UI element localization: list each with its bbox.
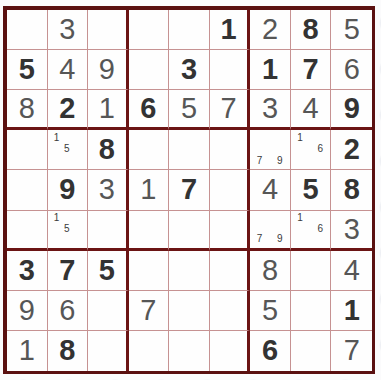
pencil-marks: 15 [48, 211, 88, 248]
cell-r9c2[interactable]: 8 [48, 331, 89, 371]
cell-r3c4[interactable]: 6 [129, 90, 170, 130]
cell-r6c6[interactable] [210, 211, 251, 251]
pencil-mark: 1 [295, 132, 305, 143]
digit: 2 [59, 94, 75, 123]
digit: 6 [140, 94, 156, 123]
cell-r6c4[interactable] [129, 211, 170, 251]
digit: 6 [262, 336, 278, 365]
pencil-marks: 79 [250, 211, 290, 248]
cell-r4c2[interactable]: 15 [48, 130, 89, 170]
pencil-marks: 15 [48, 130, 88, 169]
digit: 8 [99, 135, 115, 164]
digit: 8 [303, 15, 319, 44]
cell-r1c6[interactable]: 1 [210, 10, 251, 50]
cell-r3c3[interactable]: 1 [88, 90, 129, 130]
cell-r3c5[interactable]: 5 [169, 90, 210, 130]
cell-r8c5[interactable] [169, 291, 210, 331]
digit: 1 [19, 336, 35, 365]
cell-r7c5[interactable] [169, 251, 210, 291]
cell-r5c8[interactable]: 5 [291, 170, 332, 210]
cell-r5c6[interactable] [210, 170, 251, 210]
cell-r2c4[interactable] [129, 50, 170, 90]
cell-r1c9[interactable]: 5 [331, 10, 372, 50]
digit: 5 [19, 55, 35, 84]
digit: 6 [59, 296, 75, 325]
cell-r8c2[interactable]: 6 [48, 291, 89, 331]
cell-r8c8[interactable] [291, 291, 332, 331]
cell-r4c1[interactable] [7, 130, 48, 170]
cell-r7c6[interactable] [210, 251, 251, 291]
cell-r5c7[interactable]: 4 [250, 170, 291, 210]
cell-r9c4[interactable] [129, 331, 170, 371]
digit: 7 [303, 55, 319, 84]
pencil-mark: 1 [52, 132, 62, 143]
digit: 4 [59, 55, 75, 84]
digit: 3 [262, 94, 278, 123]
digit: 7 [59, 256, 75, 285]
cell-r7c4[interactable] [129, 251, 170, 291]
cell-r5c3[interactable]: 3 [88, 170, 129, 210]
digit: 6 [344, 55, 360, 84]
cell-r9c1[interactable]: 1 [7, 331, 48, 371]
digit: 4 [344, 256, 360, 285]
digit: 1 [262, 55, 278, 84]
cell-r6c2[interactable]: 15 [48, 211, 89, 251]
cell-r4c8[interactable]: 16 [291, 130, 332, 170]
cell-r6c7[interactable]: 79 [250, 211, 291, 251]
cell-r9c6[interactable] [210, 331, 251, 371]
cell-r6c9[interactable]: 3 [331, 211, 372, 251]
digit: 8 [19, 94, 35, 123]
pencil-mark: 6 [315, 223, 325, 234]
cell-r6c1[interactable] [7, 211, 48, 251]
pencil-marks: 79 [250, 130, 290, 169]
pencil-marks: 16 [291, 130, 331, 169]
cell-r8c1[interactable]: 9 [7, 291, 48, 331]
cell-r3c9[interactable]: 9 [331, 90, 372, 130]
pencil-mark: 9 [275, 155, 285, 166]
pencil-mark: 5 [62, 223, 72, 234]
pencil-mark: 9 [275, 234, 285, 245]
digit: 9 [19, 296, 35, 325]
cell-r2c8[interactable]: 7 [291, 50, 332, 90]
digit: 5 [344, 15, 360, 44]
cell-r7c7[interactable]: 8 [250, 251, 291, 291]
cell-r7c8[interactable] [291, 251, 332, 291]
digit: 2 [344, 135, 360, 164]
digit: 9 [59, 175, 75, 204]
digit: 5 [303, 175, 319, 204]
digit: 9 [344, 94, 360, 123]
digit: 1 [140, 175, 156, 204]
cell-r8c6[interactable] [210, 291, 251, 331]
cell-r5c9[interactable]: 8 [331, 170, 372, 210]
cell-r5c5[interactable]: 7 [169, 170, 210, 210]
digit: 1 [220, 15, 236, 44]
digit: 5 [262, 296, 278, 325]
cell-r1c3[interactable] [88, 10, 129, 50]
cell-r7c2[interactable]: 7 [48, 251, 89, 291]
cell-r2c1[interactable]: 5 [7, 50, 48, 90]
cell-r7c9[interactable]: 4 [331, 251, 372, 291]
pencil-mark: 7 [254, 155, 264, 166]
digit: 3 [181, 55, 197, 84]
cell-r2c5[interactable]: 3 [169, 50, 210, 90]
digit: 9 [99, 55, 115, 84]
cell-r8c4[interactable]: 7 [129, 291, 170, 331]
digit: 1 [344, 296, 360, 325]
cell-r9c9[interactable]: 7 [331, 331, 372, 371]
digit: 7 [220, 94, 236, 123]
digit: 8 [344, 175, 360, 204]
cell-r2c3[interactable]: 9 [88, 50, 129, 90]
cell-r8c7[interactable]: 5 [250, 291, 291, 331]
digit: 3 [19, 256, 35, 285]
cell-r6c3[interactable] [88, 211, 129, 251]
cell-r3c7[interactable]: 3 [250, 90, 291, 130]
cell-r9c8[interactable] [291, 331, 332, 371]
cell-r2c7[interactable]: 1 [250, 50, 291, 90]
cell-r4c3[interactable]: 8 [88, 130, 129, 170]
cell-r1c5[interactable] [169, 10, 210, 50]
cell-r3c6[interactable]: 7 [210, 90, 251, 130]
digit: 5 [181, 94, 197, 123]
digit: 4 [303, 94, 319, 123]
pencil-mark: 6 [315, 144, 325, 155]
cell-r6c8[interactable]: 16 [291, 211, 332, 251]
cell-r1c2[interactable]: 3 [48, 10, 89, 50]
cell-r3c2[interactable]: 2 [48, 90, 89, 130]
digit: 3 [59, 15, 75, 44]
cell-r3c8[interactable]: 4 [291, 90, 332, 130]
cell-r9c3[interactable] [88, 331, 129, 371]
cell-r5c4[interactable]: 1 [129, 170, 170, 210]
pencil-mark: 5 [62, 144, 72, 155]
cell-r1c7[interactable]: 2 [250, 10, 291, 50]
pencil-marks: 16 [291, 211, 331, 248]
cell-r4c9[interactable]: 2 [331, 130, 372, 170]
cell-r4c5[interactable] [169, 130, 210, 170]
cell-r2c6[interactable] [210, 50, 251, 90]
cell-r2c9[interactable]: 6 [331, 50, 372, 90]
digit: 3 [99, 175, 115, 204]
cell-r3c1[interactable]: 8 [7, 90, 48, 130]
cell-r8c3[interactable] [88, 291, 129, 331]
pencil-mark: 1 [295, 213, 305, 224]
pencil-mark: 1 [52, 213, 62, 224]
digit: 7 [181, 175, 197, 204]
cell-r6c5[interactable] [169, 211, 210, 251]
digit: 2 [262, 15, 278, 44]
cell-r2c2[interactable]: 4 [48, 50, 89, 90]
cell-r7c3[interactable]: 5 [88, 251, 129, 291]
cell-r1c1[interactable] [7, 10, 48, 50]
digit: 1 [99, 94, 115, 123]
digit: 4 [262, 175, 278, 204]
pencil-mark: 7 [254, 234, 264, 245]
cell-r1c8[interactable]: 8 [291, 10, 332, 50]
digit: 3 [344, 215, 360, 244]
digit: 8 [262, 256, 278, 285]
sudoku-board: 3128554931768216573491587916293174581579… [3, 6, 375, 374]
digit: 7 [344, 336, 360, 365]
cell-r7c1[interactable]: 3 [7, 251, 48, 291]
cell-r4c6[interactable] [210, 130, 251, 170]
digit: 7 [140, 296, 156, 325]
cell-r8c9[interactable]: 1 [331, 291, 372, 331]
cell-r1c4[interactable] [129, 10, 170, 50]
digit: 8 [59, 336, 75, 365]
cell-r5c1[interactable] [7, 170, 48, 210]
cell-r9c5[interactable] [169, 331, 210, 371]
cell-r4c4[interactable] [129, 130, 170, 170]
cell-r4c7[interactable]: 79 [250, 130, 291, 170]
digit: 5 [99, 256, 115, 285]
cell-r5c2[interactable]: 9 [48, 170, 89, 210]
cell-r9c7[interactable]: 6 [250, 331, 291, 371]
